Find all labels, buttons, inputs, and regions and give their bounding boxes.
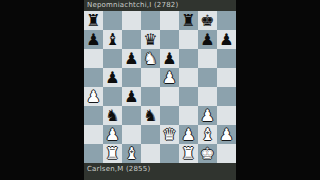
square-f3[interactable] xyxy=(179,106,198,125)
square-g4[interactable] xyxy=(198,87,217,106)
square-c8[interactable] xyxy=(122,11,141,30)
square-e1[interactable] xyxy=(160,144,179,163)
square-f8[interactable]: ♜ xyxy=(179,11,198,30)
square-d4[interactable] xyxy=(141,87,160,106)
square-e4[interactable] xyxy=(160,87,179,106)
piece-black-king: ♚ xyxy=(200,11,214,30)
player-bar-top: Nepomniachtchi,I (2782) xyxy=(84,0,236,11)
square-g8[interactable]: ♚ xyxy=(198,11,217,30)
player-name-top: Nepomniachtchi,I (2782) xyxy=(87,1,178,9)
piece-white-king: ♚ xyxy=(200,144,214,163)
square-g6[interactable] xyxy=(198,49,217,68)
square-e5[interactable]: ♟ xyxy=(160,68,179,87)
square-f2[interactable]: ♟ xyxy=(179,125,198,144)
piece-black-rook: ♜ xyxy=(86,11,100,30)
square-d3[interactable]: ♞ xyxy=(141,106,160,125)
piece-white-pawn: ♟ xyxy=(105,125,119,144)
square-a1[interactable] xyxy=(84,144,103,163)
square-f5[interactable] xyxy=(179,68,198,87)
square-e6[interactable]: ♟ xyxy=(160,49,179,68)
piece-white-rook: ♜ xyxy=(105,144,119,163)
square-h3[interactable] xyxy=(217,106,236,125)
square-c4[interactable]: ♟ xyxy=(122,87,141,106)
piece-black-pawn: ♟ xyxy=(162,49,176,68)
square-g3[interactable]: ♟ xyxy=(198,106,217,125)
square-c5[interactable] xyxy=(122,68,141,87)
square-g1[interactable]: ♚ xyxy=(198,144,217,163)
square-h4[interactable] xyxy=(217,87,236,106)
piece-black-pawn: ♟ xyxy=(200,30,214,49)
square-a4[interactable]: ♟ xyxy=(84,87,103,106)
square-b1[interactable]: ♜ xyxy=(103,144,122,163)
square-c1[interactable]: ♝ xyxy=(122,144,141,163)
square-c7[interactable] xyxy=(122,30,141,49)
square-d5[interactable] xyxy=(141,68,160,87)
piece-black-pawn: ♟ xyxy=(124,49,138,68)
square-a3[interactable] xyxy=(84,106,103,125)
piece-black-pawn: ♟ xyxy=(124,87,138,106)
piece-black-pawn: ♟ xyxy=(219,30,233,49)
square-f6[interactable] xyxy=(179,49,198,68)
square-a7[interactable]: ♟ xyxy=(84,30,103,49)
piece-white-pawn: ♟ xyxy=(86,87,100,106)
piece-black-knight: ♞ xyxy=(143,106,157,125)
square-b3[interactable]: ♞ xyxy=(103,106,122,125)
square-g2[interactable]: ♝ xyxy=(198,125,217,144)
chess-board[interactable]: ♜♜♚♟♝♛♟♟♟♞♟♟♟♟♟♞♞♟♟♛♟♝♟♜♝♜♚ xyxy=(84,11,236,163)
piece-white-bishop: ♝ xyxy=(200,125,214,144)
square-h1[interactable] xyxy=(217,144,236,163)
player-name-bottom: Carlsen,M (2855) xyxy=(87,165,150,173)
square-e3[interactable] xyxy=(160,106,179,125)
piece-black-pawn: ♟ xyxy=(105,68,119,87)
piece-white-pawn: ♟ xyxy=(219,125,233,144)
square-d6[interactable]: ♞ xyxy=(141,49,160,68)
square-d1[interactable] xyxy=(141,144,160,163)
piece-white-knight: ♞ xyxy=(143,49,157,68)
square-e2[interactable]: ♛ xyxy=(160,125,179,144)
square-h7[interactable]: ♟ xyxy=(217,30,236,49)
piece-black-pawn: ♟ xyxy=(86,30,100,49)
square-g5[interactable] xyxy=(198,68,217,87)
square-f7[interactable] xyxy=(179,30,198,49)
board-panel: Nepomniachtchi,I (2782) ♜♜♚♟♝♛♟♟♟♞♟♟♟♟♟♞… xyxy=(84,0,236,180)
square-h6[interactable] xyxy=(217,49,236,68)
piece-black-rook: ♜ xyxy=(181,11,195,30)
square-b6[interactable] xyxy=(103,49,122,68)
piece-black-bishop: ♝ xyxy=(105,30,119,49)
square-c2[interactable] xyxy=(122,125,141,144)
chess-app-viewport: Nepomniachtchi,I (2782) ♜♜♚♟♝♛♟♟♟♞♟♟♟♟♟♞… xyxy=(0,0,320,180)
square-d8[interactable] xyxy=(141,11,160,30)
square-a2[interactable] xyxy=(84,125,103,144)
square-b8[interactable] xyxy=(103,11,122,30)
square-d2[interactable] xyxy=(141,125,160,144)
square-e7[interactable] xyxy=(160,30,179,49)
square-a8[interactable]: ♜ xyxy=(84,11,103,30)
player-bar-bottom: Carlsen,M (2855) xyxy=(84,163,236,180)
square-c6[interactable]: ♟ xyxy=(122,49,141,68)
piece-white-bishop: ♝ xyxy=(124,144,138,163)
square-b2[interactable]: ♟ xyxy=(103,125,122,144)
piece-black-queen: ♛ xyxy=(143,30,157,49)
square-f1[interactable]: ♜ xyxy=(179,144,198,163)
square-b7[interactable]: ♝ xyxy=(103,30,122,49)
piece-white-pawn: ♟ xyxy=(181,125,195,144)
square-b4[interactable] xyxy=(103,87,122,106)
square-b5[interactable]: ♟ xyxy=(103,68,122,87)
square-a6[interactable] xyxy=(84,49,103,68)
square-d7[interactable]: ♛ xyxy=(141,30,160,49)
piece-white-queen: ♛ xyxy=(162,125,176,144)
piece-white-pawn: ♟ xyxy=(162,68,176,87)
square-f4[interactable] xyxy=(179,87,198,106)
square-h8[interactable] xyxy=(217,11,236,30)
piece-white-pawn: ♟ xyxy=(200,106,214,125)
square-h2[interactable]: ♟ xyxy=(217,125,236,144)
square-a5[interactable] xyxy=(84,68,103,87)
piece-black-knight: ♞ xyxy=(105,106,119,125)
square-g7[interactable]: ♟ xyxy=(198,30,217,49)
square-e8[interactable] xyxy=(160,11,179,30)
square-c3[interactable] xyxy=(122,106,141,125)
square-h5[interactable] xyxy=(217,68,236,87)
piece-white-rook: ♜ xyxy=(181,144,195,163)
